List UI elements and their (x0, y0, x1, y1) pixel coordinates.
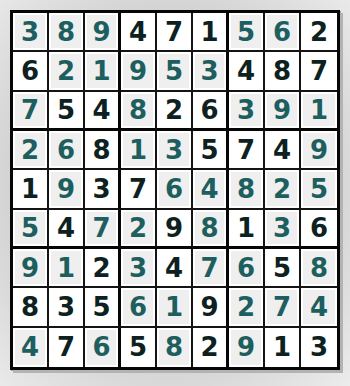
cell-r7c1: 9 (13, 249, 49, 288)
entered-digit: 6 (15, 54, 45, 87)
entered-digit: 3 (303, 330, 335, 365)
given-digit: 9 (123, 54, 153, 87)
cell-r5c2: 9 (49, 170, 85, 209)
given-digit: 8 (159, 330, 189, 365)
given-digit: 8 (123, 94, 153, 126)
cell-r7c8[interactable]: 5 (265, 249, 301, 288)
cell-r9c2[interactable]: 7 (49, 328, 85, 367)
entered-digit: 4 (159, 251, 189, 284)
given-digit: 7 (15, 94, 45, 126)
given-digit: 1 (159, 290, 189, 323)
entered-digit: 1 (267, 330, 297, 365)
cell-r7c6: 7 (193, 249, 229, 288)
cell-r1c1: 3 (13, 13, 49, 52)
entered-digit: 5 (195, 133, 224, 166)
entered-digit: 2 (159, 94, 189, 126)
given-digit: 2 (123, 212, 153, 244)
entered-digit: 6 (195, 94, 224, 126)
entered-digit: 1 (231, 212, 261, 244)
cell-r4c5: 3 (157, 131, 193, 170)
given-digit: 3 (195, 54, 224, 87)
given-digit: 6 (159, 172, 189, 205)
given-digit: 6 (123, 290, 153, 323)
cell-r4c6[interactable]: 5 (193, 131, 229, 170)
cell-r7c2: 1 (49, 249, 85, 288)
given-digit: 4 (303, 290, 335, 323)
entered-digit: 5 (51, 94, 81, 126)
cell-r4c9: 9 (301, 131, 337, 170)
cell-r5c7: 8 (229, 170, 265, 209)
cell-r6c1: 5 (13, 210, 49, 249)
given-digit: 6 (87, 330, 116, 365)
cell-r7c9: 8 (301, 249, 337, 288)
cell-r3c2[interactable]: 5 (49, 92, 85, 131)
given-digit: 2 (15, 133, 45, 166)
cell-r3c6[interactable]: 6 (193, 92, 229, 131)
cell-r8c1[interactable]: 8 (13, 288, 49, 327)
cell-r5c5: 6 (157, 170, 193, 209)
given-digit: 6 (51, 133, 81, 166)
entered-digit: 4 (123, 15, 153, 48)
cell-r1c8: 6 (265, 13, 301, 52)
entered-digit: 1 (15, 172, 45, 205)
cell-r6c2[interactable]: 4 (49, 210, 85, 249)
cell-r3c8: 9 (265, 92, 301, 131)
entered-digit: 3 (87, 172, 116, 205)
cell-r3c5[interactable]: 2 (157, 92, 193, 131)
entered-digit: 2 (303, 15, 335, 48)
given-digit: 9 (231, 330, 261, 365)
given-digit: 9 (87, 15, 116, 48)
cell-r1c3: 9 (85, 13, 121, 52)
given-digit: 9 (15, 251, 45, 284)
given-digit: 4 (15, 330, 45, 365)
entered-digit: 7 (303, 54, 335, 87)
given-digit: 1 (303, 94, 335, 126)
cell-r7c5[interactable]: 4 (157, 249, 193, 288)
cell-r8c2[interactable]: 3 (49, 288, 85, 327)
given-digit: 1 (51, 251, 81, 284)
entered-digit: 8 (15, 290, 45, 323)
cell-r4c7[interactable]: 7 (229, 131, 265, 170)
cell-r1c7: 5 (229, 13, 265, 52)
given-digit: 1 (123, 133, 153, 166)
cell-r2c7[interactable]: 4 (229, 52, 265, 91)
given-digit: 5 (231, 15, 261, 48)
entered-digit: 9 (159, 212, 189, 244)
entered-digit: 7 (231, 133, 261, 166)
given-digit: 3 (267, 212, 297, 244)
cell-r4c1: 2 (13, 131, 49, 170)
cell-r7c4: 3 (121, 249, 157, 288)
entered-digit: 7 (123, 172, 153, 205)
page-background: 3894715626219534877548263912681357491937… (0, 0, 350, 386)
given-digit: 9 (267, 94, 297, 126)
entered-digit: 7 (51, 330, 81, 365)
cell-r9c4[interactable]: 5 (121, 328, 157, 367)
entered-digit: 4 (51, 212, 81, 244)
cell-r6c6: 8 (193, 210, 229, 249)
given-digit: 6 (267, 15, 297, 48)
cell-r4c8[interactable]: 4 (265, 131, 301, 170)
cell-r2c9[interactable]: 7 (301, 52, 337, 91)
cell-r1c5[interactable]: 7 (157, 13, 193, 52)
cell-r5c6: 4 (193, 170, 229, 209)
entered-digit: 3 (51, 290, 81, 323)
cell-r9c8[interactable]: 1 (265, 328, 301, 367)
cell-r6c9[interactable]: 6 (301, 210, 337, 249)
entered-digit: 4 (231, 54, 261, 87)
cell-r5c9: 5 (301, 170, 337, 209)
cell-r8c3[interactable]: 5 (85, 288, 121, 327)
cell-r4c4: 1 (121, 131, 157, 170)
cell-r6c5[interactable]: 9 (157, 210, 193, 249)
given-digit: 1 (87, 54, 116, 87)
given-digit: 5 (159, 54, 189, 87)
entered-digit: 2 (87, 251, 116, 284)
given-digit: 3 (159, 133, 189, 166)
cell-r2c8[interactable]: 8 (265, 52, 301, 91)
cell-r6c8: 3 (265, 210, 301, 249)
entered-digit: 5 (87, 290, 116, 323)
given-digit: 7 (195, 251, 224, 284)
entered-digit: 2 (195, 330, 224, 365)
cell-r2c4: 9 (121, 52, 157, 91)
cell-r5c4[interactable]: 7 (121, 170, 157, 209)
given-digit: 6 (231, 251, 261, 284)
entered-digit: 5 (123, 330, 153, 365)
entered-digit: 9 (195, 290, 224, 323)
cell-r9c1: 4 (13, 328, 49, 367)
cell-r3c7: 3 (229, 92, 265, 131)
given-digit: 4 (195, 172, 224, 205)
cell-r6c7[interactable]: 1 (229, 210, 265, 249)
cell-r2c2: 2 (49, 52, 85, 91)
cell-r2c3: 1 (85, 52, 121, 91)
given-digit: 8 (303, 251, 335, 284)
given-digit: 2 (231, 290, 261, 323)
cell-r4c2: 6 (49, 131, 85, 170)
cell-r5c3[interactable]: 3 (85, 170, 121, 209)
entered-digit: 8 (87, 133, 116, 166)
cell-r8c6[interactable]: 9 (193, 288, 229, 327)
cell-r9c5: 8 (157, 328, 193, 367)
given-digit: 9 (51, 172, 81, 205)
given-digit: 2 (267, 172, 297, 205)
given-digit: 2 (51, 54, 81, 87)
cell-r3c4: 8 (121, 92, 157, 131)
cell-r4c3[interactable]: 8 (85, 131, 121, 170)
entered-digit: 4 (87, 94, 116, 126)
cell-r8c5: 1 (157, 288, 193, 327)
cell-r2c5: 5 (157, 52, 193, 91)
entered-digit: 7 (159, 15, 189, 48)
cell-r8c9: 4 (301, 288, 337, 327)
cell-r2c1[interactable]: 6 (13, 52, 49, 91)
cell-r8c8: 7 (265, 288, 301, 327)
given-digit: 7 (267, 290, 297, 323)
entered-digit: 1 (195, 15, 224, 48)
given-digit: 3 (123, 251, 153, 284)
given-digit: 8 (231, 172, 261, 205)
cell-r8c4: 6 (121, 288, 157, 327)
cell-r9c3: 6 (85, 328, 121, 367)
cell-r1c2: 8 (49, 13, 85, 52)
cell-r9c9[interactable]: 3 (301, 328, 337, 367)
cell-r1c6[interactable]: 1 (193, 13, 229, 52)
cell-r7c7: 6 (229, 249, 265, 288)
cell-r9c7: 9 (229, 328, 265, 367)
given-digit: 7 (87, 212, 116, 244)
cell-r3c3[interactable]: 4 (85, 92, 121, 131)
cell-r1c4[interactable]: 4 (121, 13, 157, 52)
cell-r6c4: 2 (121, 210, 157, 249)
given-digit: 8 (195, 212, 224, 244)
entered-digit: 4 (267, 133, 297, 166)
cell-r5c8: 2 (265, 170, 301, 209)
given-digit: 3 (15, 15, 45, 48)
cell-r8c7: 2 (229, 288, 265, 327)
entered-digit: 8 (267, 54, 297, 87)
given-digit: 5 (15, 212, 45, 244)
cell-r7c3[interactable]: 2 (85, 249, 121, 288)
cell-r1c9[interactable]: 2 (301, 13, 337, 52)
given-digit: 3 (231, 94, 261, 126)
cell-r3c1: 7 (13, 92, 49, 131)
given-digit: 9 (303, 133, 335, 166)
cell-r9c6[interactable]: 2 (193, 328, 229, 367)
entered-digit: 6 (303, 212, 335, 244)
given-digit: 8 (51, 15, 81, 48)
cell-r2c6: 3 (193, 52, 229, 91)
entered-digit: 5 (267, 251, 297, 284)
cell-r3c9: 1 (301, 92, 337, 131)
sudoku-board: 3894715626219534877548263912681357491937… (10, 10, 340, 370)
cell-r6c3: 7 (85, 210, 121, 249)
given-digit: 5 (303, 172, 335, 205)
cell-r5c1[interactable]: 1 (13, 170, 49, 209)
